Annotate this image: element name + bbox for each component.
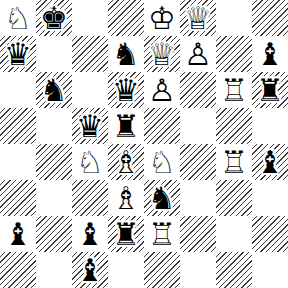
square-c1[interactable]: ♝♝: [72, 252, 108, 288]
white-queen-e7: ♛♕: [144, 36, 180, 72]
square-c8[interactable]: [72, 0, 108, 36]
piece-glyph: ♕: [148, 36, 176, 72]
piece-glyph: ♘: [4, 0, 32, 36]
square-g4[interactable]: ♜♖: [216, 144, 252, 180]
square-c7[interactable]: [72, 36, 108, 72]
square-d3[interactable]: ♝♗: [108, 180, 144, 216]
piece-glyph: ♞: [112, 36, 140, 72]
square-d6[interactable]: ♛♛: [108, 72, 144, 108]
piece-glyph: ♛: [112, 72, 140, 108]
square-h8[interactable]: [252, 0, 288, 36]
black-queen-c5: ♛♛: [72, 108, 108, 144]
black-queen-d6: ♛♛: [108, 72, 144, 108]
square-f3[interactable]: [180, 180, 216, 216]
square-f6[interactable]: [180, 72, 216, 108]
square-g3[interactable]: [216, 180, 252, 216]
square-a8[interactable]: ♞♘: [0, 0, 36, 36]
square-c5[interactable]: ♛♛: [72, 108, 108, 144]
piece-glyph: ♖: [220, 72, 248, 108]
square-e5[interactable]: [144, 108, 180, 144]
square-a4[interactable]: [0, 144, 36, 180]
piece-glyph: ♛: [76, 108, 104, 144]
square-e2[interactable]: ♜♖: [144, 216, 180, 252]
square-h4[interactable]: ♝♝: [252, 144, 288, 180]
square-c3[interactable]: [72, 180, 108, 216]
square-c4[interactable]: ♞♘: [72, 144, 108, 180]
square-c2[interactable]: ♝♝: [72, 216, 108, 252]
white-rook-g4: ♜♖: [216, 144, 252, 180]
black-bishop-c2: ♝♝: [72, 216, 108, 252]
square-e7[interactable]: ♛♕: [144, 36, 180, 72]
piece-glyph: ♕: [184, 0, 212, 36]
piece-glyph: ♝: [256, 144, 284, 180]
square-e8[interactable]: ♚♔: [144, 0, 180, 36]
square-h6[interactable]: ♜♜: [252, 72, 288, 108]
piece-glyph: ♝: [256, 36, 284, 72]
square-e4[interactable]: ♞♘: [144, 144, 180, 180]
white-rook-e2: ♜♖: [144, 216, 180, 252]
square-e3[interactable]: ♞♞: [144, 180, 180, 216]
square-b2[interactable]: [36, 216, 72, 252]
black-rook-d2: ♜♜: [108, 216, 144, 252]
piece-glyph: ♘: [148, 144, 176, 180]
square-f1[interactable]: [180, 252, 216, 288]
black-rook-d5: ♜♜: [108, 108, 144, 144]
piece-glyph: ♝: [4, 216, 32, 252]
black-rook-h6: ♜♜: [252, 72, 288, 108]
piece-glyph: ♝: [76, 216, 104, 252]
black-bishop-a2: ♝♝: [0, 216, 36, 252]
white-knight-c4: ♞♘: [72, 144, 108, 180]
square-b4[interactable]: [36, 144, 72, 180]
square-h3[interactable]: [252, 180, 288, 216]
white-knight-a8: ♞♘: [0, 0, 36, 36]
piece-glyph: ♞: [40, 72, 68, 108]
square-e1[interactable]: [144, 252, 180, 288]
square-a1[interactable]: [0, 252, 36, 288]
square-a2[interactable]: ♝♝: [0, 216, 36, 252]
square-a7[interactable]: ♛♛: [0, 36, 36, 72]
square-d2[interactable]: ♜♜: [108, 216, 144, 252]
piece-glyph: ♙: [184, 36, 212, 72]
piece-glyph: ♗: [112, 144, 140, 180]
square-a3[interactable]: [0, 180, 36, 216]
white-bishop-d3: ♝♗: [108, 180, 144, 216]
piece-glyph: ♜: [112, 216, 140, 252]
square-g1[interactable]: [216, 252, 252, 288]
chess-board: ♞♘♚♚♚♔♛♕♛♛♞♞♛♕♟♙♝♝♞♞♛♛♟♙♜♖♜♜♛♛♜♜♞♘♝♗♞♘♜♖…: [0, 0, 288, 288]
square-d8[interactable]: [108, 0, 144, 36]
square-g8[interactable]: [216, 0, 252, 36]
square-h5[interactable]: [252, 108, 288, 144]
piece-glyph: ♛: [4, 36, 32, 72]
square-g5[interactable]: [216, 108, 252, 144]
square-g6[interactable]: ♜♖: [216, 72, 252, 108]
black-knight-d7: ♞♞: [108, 36, 144, 72]
piece-glyph: ♜: [256, 72, 284, 108]
square-a6[interactable]: [0, 72, 36, 108]
square-h2[interactable]: [252, 216, 288, 252]
square-e6[interactable]: ♟♙: [144, 72, 180, 108]
square-a5[interactable]: [0, 108, 36, 144]
square-b8[interactable]: ♚♚: [36, 0, 72, 36]
square-b7[interactable]: [36, 36, 72, 72]
square-d1[interactable]: [108, 252, 144, 288]
square-b5[interactable]: [36, 108, 72, 144]
piece-glyph: ♖: [220, 144, 248, 180]
white-pawn-e6: ♟♙: [144, 72, 180, 108]
piece-glyph: ♚: [40, 0, 68, 36]
white-pawn-f7: ♟♙: [180, 36, 216, 72]
square-h7[interactable]: ♝♝: [252, 36, 288, 72]
piece-glyph: ♖: [148, 216, 176, 252]
square-g2[interactable]: [216, 216, 252, 252]
black-knight-b6: ♞♞: [36, 72, 72, 108]
piece-glyph: ♜: [112, 108, 140, 144]
black-queen-a7: ♛♛: [0, 36, 36, 72]
black-bishop-h4: ♝♝: [252, 144, 288, 180]
white-bishop-d4: ♝♗: [108, 144, 144, 180]
piece-glyph: ♘: [76, 144, 104, 180]
square-f7[interactable]: ♟♙: [180, 36, 216, 72]
square-f8[interactable]: ♛♕: [180, 0, 216, 36]
black-bishop-c1: ♝♝: [72, 252, 108, 288]
square-h1[interactable]: [252, 252, 288, 288]
black-bishop-h7: ♝♝: [252, 36, 288, 72]
square-d7[interactable]: ♞♞: [108, 36, 144, 72]
square-b6[interactable]: ♞♞: [36, 72, 72, 108]
white-king-e8: ♚♔: [144, 0, 180, 36]
piece-glyph: ♗: [112, 180, 140, 216]
white-knight-e4: ♞♘: [144, 144, 180, 180]
square-d4[interactable]: ♝♗: [108, 144, 144, 180]
piece-glyph: ♔: [148, 0, 176, 36]
square-c6[interactable]: [72, 72, 108, 108]
square-f4[interactable]: [180, 144, 216, 180]
square-d5[interactable]: ♜♜: [108, 108, 144, 144]
black-knight-e3: ♞♞: [144, 180, 180, 216]
white-rook-g6: ♜♖: [216, 72, 252, 108]
square-f2[interactable]: [180, 216, 216, 252]
piece-glyph: ♙: [148, 72, 176, 108]
piece-glyph: ♞: [148, 180, 176, 216]
square-g7[interactable]: [216, 36, 252, 72]
square-f5[interactable]: [180, 108, 216, 144]
piece-glyph: ♝: [76, 252, 104, 288]
white-queen-f8: ♛♕: [180, 0, 216, 36]
square-b3[interactable]: [36, 180, 72, 216]
square-b1[interactable]: [36, 252, 72, 288]
black-king-b8: ♚♚: [36, 0, 72, 36]
